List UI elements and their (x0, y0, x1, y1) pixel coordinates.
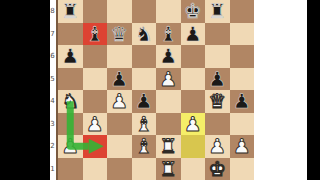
square-c6[interactable] (107, 45, 132, 68)
square-d6[interactable] (132, 45, 157, 68)
square-f6[interactable] (181, 45, 206, 68)
piece-black-king[interactable]: ♚ (181, 0, 206, 23)
square-d2[interactable]: ♝ (132, 135, 157, 158)
piece-white-pawn[interactable]: ♟ (205, 135, 230, 158)
square-c4[interactable]: ♟ (107, 90, 132, 113)
piece-black-bishop[interactable]: ♝ (83, 23, 108, 46)
square-e4[interactable] (156, 90, 181, 113)
square-e3[interactable] (156, 113, 181, 136)
piece-black-knight[interactable]: ♞ (132, 23, 157, 46)
square-h4[interactable]: ♟ (230, 90, 255, 113)
square-h5[interactable] (230, 68, 255, 91)
piece-white-king[interactable]: ♚ (205, 158, 230, 181)
square-c8[interactable] (107, 0, 132, 23)
piece-black-pawn[interactable]: ♟ (230, 90, 255, 113)
square-d4[interactable]: ♟ (132, 90, 157, 113)
square-f8[interactable]: ♚ (181, 0, 206, 23)
square-h2[interactable]: ♟ (230, 135, 255, 158)
square-b7[interactable]: ♝ (83, 23, 108, 46)
square-d5[interactable] (132, 68, 157, 91)
square-f5[interactable] (181, 68, 206, 91)
piece-white-pawn[interactable]: ♟ (83, 113, 108, 136)
piece-black-queen[interactable]: ♛ (107, 23, 132, 46)
square-g2[interactable]: ♟ (205, 135, 230, 158)
square-h7[interactable] (230, 23, 255, 46)
square-f3[interactable]: ♟ (181, 113, 206, 136)
square-a6[interactable]: ♟ (58, 45, 83, 68)
square-b6[interactable] (83, 45, 108, 68)
piece-white-knight[interactable]: ♞ (58, 90, 83, 113)
square-b5[interactable] (83, 68, 108, 91)
piece-black-pawn[interactable]: ♟ (58, 45, 83, 68)
square-g3[interactable] (205, 113, 230, 136)
chess-screenshot: 87654321 ♜♚♜♝♛♞♝♟♟♟♟♟♟♞♟♟♛♟♟♝♟♟♝♜♟♟♜♚ (0, 0, 320, 180)
square-h6[interactable] (230, 45, 255, 68)
square-g4[interactable]: ♛ (205, 90, 230, 113)
square-f7[interactable]: ♟ (181, 23, 206, 46)
square-e5[interactable]: ♟ (156, 68, 181, 91)
square-d7[interactable]: ♞ (132, 23, 157, 46)
square-a8[interactable]: ♜ (58, 0, 83, 23)
square-e7[interactable]: ♝ (156, 23, 181, 46)
square-g1[interactable]: ♚ (205, 158, 230, 181)
piece-white-rook[interactable]: ♜ (156, 158, 181, 181)
square-g7[interactable] (205, 23, 230, 46)
square-g8[interactable]: ♜ (205, 0, 230, 23)
piece-white-pawn[interactable]: ♟ (107, 90, 132, 113)
piece-black-pawn[interactable]: ♟ (156, 45, 181, 68)
square-a4[interactable]: ♞ (58, 90, 83, 113)
piece-black-pawn[interactable]: ♟ (132, 90, 157, 113)
piece-white-pawn[interactable]: ♟ (181, 113, 206, 136)
square-c5[interactable]: ♟ (107, 68, 132, 91)
square-c1[interactable] (107, 158, 132, 181)
piece-black-rook[interactable]: ♜ (58, 0, 83, 23)
piece-black-bishop[interactable]: ♝ (156, 23, 181, 46)
square-c2[interactable] (107, 135, 132, 158)
square-d1[interactable] (132, 158, 157, 181)
square-e1[interactable]: ♜ (156, 158, 181, 181)
square-a7[interactable] (58, 23, 83, 46)
square-f2[interactable] (181, 135, 206, 158)
square-e8[interactable] (156, 0, 181, 23)
piece-white-pawn[interactable]: ♟ (58, 135, 83, 158)
square-d8[interactable] (132, 0, 157, 23)
chess-board[interactable]: ♜♚♜♝♛♞♝♟♟♟♟♟♟♞♟♟♛♟♟♝♟♟♝♜♟♟♜♚ (56, 0, 254, 180)
square-h3[interactable] (230, 113, 255, 136)
piece-white-pawn[interactable]: ♟ (230, 135, 255, 158)
square-b4[interactable] (83, 90, 108, 113)
piece-black-rook[interactable]: ♜ (205, 0, 230, 23)
square-d3[interactable]: ♝ (132, 113, 157, 136)
square-c7[interactable]: ♛ (107, 23, 132, 46)
right-letterbox-bar (307, 0, 320, 180)
square-g5[interactable]: ♟ (205, 68, 230, 91)
piece-white-bishop[interactable]: ♝ (132, 113, 157, 136)
square-b3[interactable]: ♟ (83, 113, 108, 136)
piece-white-pawn[interactable]: ♟ (156, 68, 181, 91)
piece-white-bishop[interactable]: ♝ (132, 135, 157, 158)
square-b2[interactable] (83, 135, 108, 158)
square-e2[interactable]: ♜ (156, 135, 181, 158)
square-a2[interactable]: ♟ (58, 135, 83, 158)
piece-black-pawn[interactable]: ♟ (107, 68, 132, 91)
square-c3[interactable] (107, 113, 132, 136)
left-letterbox-bar (0, 0, 50, 180)
square-a1[interactable] (58, 158, 83, 181)
square-a5[interactable] (58, 68, 83, 91)
square-b1[interactable] (83, 158, 108, 181)
piece-black-pawn[interactable]: ♟ (181, 23, 206, 46)
piece-black-pawn[interactable]: ♟ (205, 68, 230, 91)
square-f1[interactable] (181, 158, 206, 181)
square-h8[interactable] (230, 0, 255, 23)
square-f4[interactable] (181, 90, 206, 113)
piece-white-queen[interactable]: ♛ (205, 90, 230, 113)
square-g6[interactable] (205, 45, 230, 68)
square-a3[interactable] (58, 113, 83, 136)
square-b8[interactable] (83, 0, 108, 23)
square-h1[interactable] (230, 158, 255, 181)
piece-white-rook[interactable]: ♜ (156, 135, 181, 158)
square-e6[interactable]: ♟ (156, 45, 181, 68)
